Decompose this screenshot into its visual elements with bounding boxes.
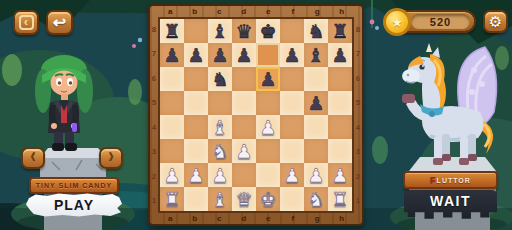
square-f6[interactable] — [280, 67, 304, 91]
square-b7[interactable]: ♟ — [184, 43, 208, 67]
coord-label-h: h — [330, 214, 355, 224]
square-c2[interactable]: ♟ — [208, 163, 232, 187]
square-h2[interactable]: ♟ — [328, 163, 352, 187]
coord-label-1: 1 — [150, 189, 158, 214]
piece-black-pawn: ♟ — [307, 94, 324, 113]
square-b8[interactable] — [184, 19, 208, 43]
coord-label-b: b — [183, 7, 208, 17]
undo-button[interactable]: ↩ — [46, 10, 73, 35]
square-e7[interactable] — [256, 43, 280, 67]
square-c4[interactable]: ♝ — [208, 115, 232, 139]
coord-label-c: c — [207, 214, 232, 224]
square-b2[interactable]: ♟ — [184, 163, 208, 187]
file-labels-bottom: abcdefgh — [158, 214, 354, 224]
piece-black-bishop: ♝ — [211, 22, 228, 41]
square-a1[interactable]: ♜ — [160, 187, 184, 211]
square-c3[interactable]: ♞ — [208, 139, 232, 163]
face — [51, 71, 78, 96]
boots — [52, 143, 77, 151]
square-e6[interactable]: ♟ — [256, 67, 280, 91]
piece-black-pawn: ♟ — [283, 46, 300, 65]
square-h8[interactable]: ♜ — [328, 19, 352, 43]
coord-label-d: d — [232, 214, 257, 224]
piece-black-rook: ♜ — [163, 22, 180, 41]
coin-counter[interactable]: ★ 520 — [390, 10, 476, 33]
piece-white-pawn: ♟ — [235, 142, 252, 161]
undo-arrow-icon: ↩ — [53, 13, 66, 32]
square-e4[interactable]: ♟ — [256, 115, 280, 139]
prev-character-button[interactable]: ‹ — [21, 147, 45, 169]
coord-label-2: 2 — [150, 164, 158, 189]
square-g4[interactable] — [304, 115, 328, 139]
coord-label-h: h — [330, 7, 355, 17]
square-c1[interactable]: ♝ — [208, 187, 232, 211]
play-banner[interactable]: PLAY — [26, 193, 122, 217]
square-g5[interactable]: ♟ — [304, 91, 328, 115]
square-h3[interactable] — [328, 139, 352, 163]
coord-label-5: 5 — [150, 91, 158, 116]
piece-black-bishop: ♝ — [307, 46, 324, 65]
left-player-nameplate: Tiny Slim Candy — [29, 177, 119, 194]
coord-label-f: f — [281, 7, 306, 17]
square-b6[interactable] — [184, 67, 208, 91]
piece-black-knight: ♞ — [307, 22, 324, 41]
back-button[interactable]: ‹ — [13, 10, 39, 35]
coord-label-g: g — [305, 214, 330, 224]
chevron-right-icon: › — [108, 146, 114, 171]
square-d6[interactable] — [232, 67, 256, 91]
chevron-left-icon: ‹ — [30, 146, 36, 171]
square-f7[interactable]: ♟ — [280, 43, 304, 67]
star-icon: ★ — [391, 15, 403, 30]
coord-label-1: 1 — [354, 189, 362, 214]
coord-label-f: f — [281, 214, 306, 224]
wait-label: WAIT — [430, 193, 471, 209]
piece-black-knight: ♞ — [211, 70, 228, 89]
square-g8[interactable]: ♞ — [304, 19, 328, 43]
square-f2[interactable]: ♟ — [280, 163, 304, 187]
square-b5[interactable] — [184, 91, 208, 115]
square-d7[interactable]: ♟ — [232, 43, 256, 67]
coord-label-8: 8 — [354, 17, 362, 42]
chess-board: abcdefgh abcdefgh 87654321 87654321 ♜♝♛♚… — [148, 4, 364, 226]
piece-white-pawn: ♟ — [259, 118, 276, 137]
square-g7[interactable]: ♝ — [304, 43, 328, 67]
left-player-name: Tiny Slim Candy — [36, 182, 112, 189]
square-h5[interactable] — [328, 91, 352, 115]
coord-label-4: 4 — [354, 115, 362, 140]
piece-white-pawn: ♟ — [283, 166, 300, 185]
coord-label-g: g — [305, 7, 330, 17]
square-e5[interactable] — [256, 91, 280, 115]
square-f4[interactable] — [280, 115, 304, 139]
coord-label-3: 3 — [150, 140, 158, 165]
square-f3[interactable] — [280, 139, 304, 163]
piece-white-knight: ♞ — [211, 142, 228, 161]
right-character-pegasus — [390, 42, 508, 167]
right-player-name: Fluttor — [430, 176, 471, 185]
file-labels-top: abcdefgh — [158, 7, 354, 17]
piece-white-pawn: ♟ — [331, 166, 348, 185]
piece-white-rook: ♜ — [163, 190, 180, 209]
coord-label-6: 6 — [354, 66, 362, 91]
coord-label-5: 5 — [354, 91, 362, 116]
square-a8[interactable]: ♜ — [160, 19, 184, 43]
square-e8[interactable]: ♚ — [256, 19, 280, 43]
square-g3[interactable] — [304, 139, 328, 163]
piece-black-pawn: ♟ — [163, 46, 180, 65]
back-chevron-icon: ‹ — [19, 15, 34, 30]
square-h7[interactable]: ♟ — [328, 43, 352, 67]
piece-white-pawn: ♟ — [187, 166, 204, 185]
piece-black-pawn: ♟ — [187, 46, 204, 65]
coord-label-e: e — [256, 214, 281, 224]
square-d8[interactable]: ♛ — [232, 19, 256, 43]
square-g1[interactable]: ♞ — [304, 187, 328, 211]
coin-icon: ★ — [383, 8, 411, 36]
square-b3[interactable] — [184, 139, 208, 163]
square-d4[interactable] — [232, 115, 256, 139]
square-c8[interactable]: ♝ — [208, 19, 232, 43]
settings-button[interactable]: ⚙ — [483, 10, 508, 33]
piece-white-bishop: ♝ — [211, 190, 228, 209]
coord-label-2: 2 — [354, 164, 362, 189]
piece-white-pawn: ♟ — [211, 166, 228, 185]
square-e2[interactable] — [256, 163, 280, 187]
square-a3[interactable] — [160, 139, 184, 163]
square-a6[interactable] — [160, 67, 184, 91]
board-squares: ♜♝♛♚♞♜♟♟♟♟♟♝♟♞♟♟♝♟♞♟♟♟♟♟♟♟♜♝♛♚♞♜ — [158, 17, 354, 213]
piece-white-pawn: ♟ — [307, 166, 324, 185]
coin-amount: 520 — [411, 14, 470, 29]
square-a5[interactable] — [160, 91, 184, 115]
square-h4[interactable] — [328, 115, 352, 139]
square-b1[interactable] — [184, 187, 208, 211]
square-d2[interactable] — [232, 163, 256, 187]
square-a7[interactable]: ♟ — [160, 43, 184, 67]
square-e1[interactable]: ♚ — [256, 187, 280, 211]
coord-label-7: 7 — [354, 42, 362, 67]
coord-label-b: b — [183, 214, 208, 224]
square-h1[interactable]: ♜ — [328, 187, 352, 211]
square-d5[interactable] — [232, 91, 256, 115]
piece-black-king: ♚ — [259, 22, 276, 41]
piece-white-rook: ♜ — [331, 190, 348, 209]
coord-label-e: e — [256, 7, 281, 17]
square-h6[interactable] — [328, 67, 352, 91]
square-c7[interactable]: ♟ — [208, 43, 232, 67]
coord-label-8: 8 — [150, 17, 158, 42]
coord-label-a: a — [158, 214, 183, 224]
piece-white-pawn: ♟ — [163, 166, 180, 185]
piece-white-bishop: ♝ — [211, 118, 228, 137]
square-d3[interactable]: ♟ — [232, 139, 256, 163]
square-b4[interactable] — [184, 115, 208, 139]
square-d1[interactable]: ♛ — [232, 187, 256, 211]
horn — [426, 43, 432, 52]
piece-black-pawn: ♟ — [235, 46, 252, 65]
left-character-boy — [28, 53, 100, 153]
square-a2[interactable]: ♟ — [160, 163, 184, 187]
coord-label-4: 4 — [150, 115, 158, 140]
square-g6[interactable] — [304, 67, 328, 91]
piece-black-pawn: ♟ — [211, 46, 228, 65]
gear-icon: ⚙ — [489, 13, 502, 31]
square-a4[interactable] — [160, 115, 184, 139]
neck — [61, 94, 68, 100]
square-f1[interactable] — [280, 187, 304, 211]
piece-black-rook: ♜ — [331, 22, 348, 41]
coord-label-7: 7 — [150, 42, 158, 67]
rank-labels-left: 87654321 — [150, 17, 158, 213]
piece-white-king: ♚ — [259, 190, 276, 209]
coord-label-c: c — [207, 7, 232, 17]
square-c6[interactable]: ♞ — [208, 67, 232, 91]
coord-label-d: d — [232, 7, 257, 17]
rank-labels-right: 87654321 — [354, 17, 362, 213]
square-e3[interactable] — [256, 139, 280, 163]
piece-white-knight: ♞ — [307, 190, 324, 209]
square-f5[interactable] — [280, 91, 304, 115]
piece-black-pawn: ♟ — [259, 70, 276, 89]
play-label: PLAY — [54, 197, 94, 213]
piece-black-queen: ♛ — [235, 22, 252, 41]
square-f8[interactable] — [280, 19, 304, 43]
coord-label-a: a — [158, 7, 183, 17]
coord-label-6: 6 — [150, 66, 158, 91]
square-g2[interactable]: ♟ — [304, 163, 328, 187]
jacket — [48, 100, 80, 133]
piece-white-queen: ♛ — [235, 190, 252, 209]
game-screen: ‹ ↩ ★ 520 ⚙ abcdefgh abcdefgh 87654321 8… — [0, 0, 512, 230]
piece-black-pawn: ♟ — [331, 46, 348, 65]
right-player-nameplate: Fluttor — [403, 171, 498, 189]
coord-label-3: 3 — [354, 140, 362, 165]
square-c5[interactable] — [208, 91, 232, 115]
next-character-button[interactable]: › — [99, 147, 123, 169]
